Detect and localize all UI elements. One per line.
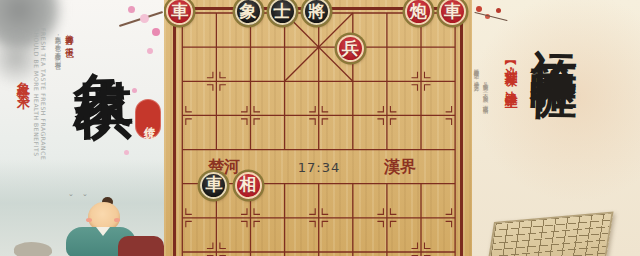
xiangqi-piece-black[interactable]: 車 <box>200 172 227 199</box>
app-window: 象棋 善博弈者／得天下也 弈之为数，小数也；不专心致志，则不得也。 FRESH … <box>0 0 640 256</box>
blossom-petal <box>128 6 135 13</box>
blossom-petal <box>147 48 153 54</box>
blossom-petal <box>132 88 137 93</box>
piece-character: 車 <box>444 0 461 23</box>
piece-character: 炮 <box>410 0 427 23</box>
xiangqi-board[interactable]: 楚河 17:34 漢界 車象士將炮車兵車相 <box>164 0 472 256</box>
left-panel-english-text: FRESH TEA TASTE FRESH FRAGRANCE SHOULD B… <box>33 28 47 168</box>
blossom-branch <box>474 12 507 21</box>
blossom-petal <box>476 6 482 12</box>
xiangqi-piece-red[interactable]: 相 <box>235 172 262 199</box>
xiangqi-piece-black[interactable]: 象 <box>235 0 262 25</box>
left-decor-panel: 象棋 善博弈者／得天下也 弈之为数，小数也；不专心致志，则不得也。 FRESH … <box>0 0 164 256</box>
board-grid <box>164 0 472 256</box>
piece-character: 相 <box>240 173 257 196</box>
piece-character: 士 <box>274 0 291 23</box>
xiangqi-piece-black[interactable]: 將 <box>303 0 330 25</box>
blossom-petal <box>152 28 160 36</box>
rock <box>14 242 52 256</box>
figure-fragment <box>118 236 164 256</box>
right-decor-panel: 运筹帷幄 【计划筹谋，决胜千里】 运筹帷幄之中，决胜千里之外 凡事预则立，不预则… <box>472 0 640 256</box>
left-panel-art-text: 象棋艺术 <box>14 70 32 90</box>
blossom-petal <box>124 150 129 155</box>
blossom-petal <box>140 14 149 23</box>
right-panel-small-text: 运筹帷幄之中，决胜千里之外 <box>474 64 481 244</box>
right-panel-small-text: 凡事预则立，不预则废，谋定而后动 <box>483 78 490 248</box>
panel-title-xiangqi: 象棋 <box>70 23 133 41</box>
piece-character: 車 <box>205 173 222 196</box>
xiangqi-piece-red[interactable]: 兵 <box>337 35 364 62</box>
right-panel-red-note: 【计划筹谋，决胜千里】 <box>502 56 519 91</box>
piece-character: 將 <box>308 0 325 23</box>
birds: ⌄ ⌄ <box>68 190 91 198</box>
xiangqi-board-photo <box>486 212 613 256</box>
blossom-petal <box>496 8 501 13</box>
piece-character: 兵 <box>342 37 359 60</box>
piece-character: 車 <box>171 0 188 23</box>
left-panel-motto: 善博弈者／得天下也 <box>64 27 76 45</box>
piece-character: 象 <box>240 0 257 23</box>
xiangqi-piece-black[interactable]: 士 <box>269 0 296 25</box>
left-panel-quote: 弈之为数，小数也；不专心致志，则不得也。 <box>53 31 62 181</box>
tradition-seal: 传统 <box>136 100 160 138</box>
panel-title-strategy: 运筹帷幄 <box>532 12 580 45</box>
